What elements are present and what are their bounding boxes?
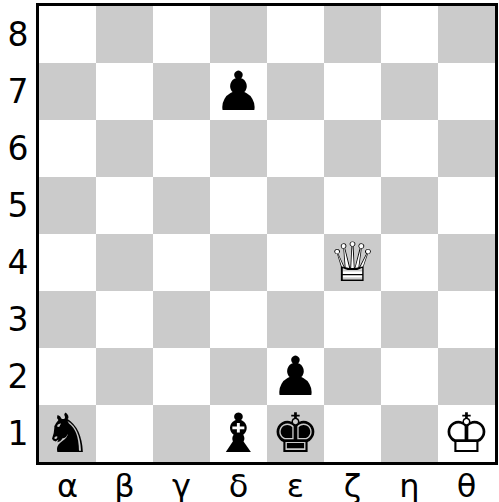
square-g7[interactable] bbox=[381, 63, 438, 120]
black-pawn: ♟ bbox=[210, 63, 267, 120]
square-c7[interactable] bbox=[153, 63, 210, 120]
rank-label-6: 6 bbox=[0, 120, 36, 177]
rank-label-3: 3 bbox=[0, 291, 36, 348]
file-label-e: ε bbox=[267, 465, 324, 502]
rank-label-4: 4 bbox=[0, 234, 36, 291]
black-pawn: ♟ bbox=[267, 348, 324, 405]
square-h4[interactable] bbox=[438, 234, 495, 291]
square-a7[interactable] bbox=[39, 63, 96, 120]
file-label-c: γ bbox=[153, 465, 210, 502]
square-h3[interactable] bbox=[438, 291, 495, 348]
square-f1[interactable] bbox=[324, 405, 381, 462]
square-h2[interactable] bbox=[438, 348, 495, 405]
file-label-b: β bbox=[96, 465, 153, 502]
square-d1[interactable]: ♝ bbox=[210, 405, 267, 462]
file-label-a: α bbox=[39, 465, 96, 502]
square-g5[interactable] bbox=[381, 177, 438, 234]
black-king: ♚ bbox=[267, 405, 324, 462]
square-a8[interactable] bbox=[39, 6, 96, 63]
rank-label-5: 5 bbox=[0, 177, 36, 234]
square-e3[interactable] bbox=[267, 291, 324, 348]
square-b6[interactable] bbox=[96, 120, 153, 177]
square-b7[interactable] bbox=[96, 63, 153, 120]
square-e6[interactable] bbox=[267, 120, 324, 177]
square-g1[interactable] bbox=[381, 405, 438, 462]
square-h1[interactable]: ♚♔ bbox=[438, 405, 495, 462]
square-c6[interactable] bbox=[153, 120, 210, 177]
square-c2[interactable] bbox=[153, 348, 210, 405]
square-e7[interactable] bbox=[267, 63, 324, 120]
square-g3[interactable] bbox=[381, 291, 438, 348]
square-b3[interactable] bbox=[96, 291, 153, 348]
square-f6[interactable] bbox=[324, 120, 381, 177]
square-b4[interactable] bbox=[96, 234, 153, 291]
rank-label-1: 1 bbox=[0, 405, 36, 462]
square-a2[interactable] bbox=[39, 348, 96, 405]
square-g4[interactable] bbox=[381, 234, 438, 291]
square-d2[interactable] bbox=[210, 348, 267, 405]
file-label-h: θ bbox=[438, 465, 495, 502]
square-h7[interactable] bbox=[438, 63, 495, 120]
square-a5[interactable] bbox=[39, 177, 96, 234]
white-queen: ♛♕ bbox=[324, 234, 381, 291]
square-h8[interactable] bbox=[438, 6, 495, 63]
square-f5[interactable] bbox=[324, 177, 381, 234]
square-a6[interactable] bbox=[39, 120, 96, 177]
square-b5[interactable] bbox=[96, 177, 153, 234]
square-e1[interactable]: ♚ bbox=[267, 405, 324, 462]
square-b2[interactable] bbox=[96, 348, 153, 405]
square-b8[interactable] bbox=[96, 6, 153, 63]
file-label-d: δ bbox=[210, 465, 267, 502]
square-f4[interactable]: ♛♕ bbox=[324, 234, 381, 291]
chess-board: ♟♛♕♟♞♝♚♚♔ bbox=[36, 3, 498, 465]
square-c5[interactable] bbox=[153, 177, 210, 234]
square-g6[interactable] bbox=[381, 120, 438, 177]
square-d6[interactable] bbox=[210, 120, 267, 177]
square-e4[interactable] bbox=[267, 234, 324, 291]
square-d3[interactable] bbox=[210, 291, 267, 348]
square-a4[interactable] bbox=[39, 234, 96, 291]
square-b1[interactable] bbox=[96, 405, 153, 462]
white-king-outline: ♔ bbox=[438, 405, 495, 462]
square-f8[interactable] bbox=[324, 6, 381, 63]
square-a3[interactable] bbox=[39, 291, 96, 348]
square-d7[interactable]: ♟ bbox=[210, 63, 267, 120]
rank-labels: 87654321 bbox=[0, 3, 36, 465]
file-labels: αβγδεζηθ bbox=[36, 465, 498, 502]
square-c4[interactable] bbox=[153, 234, 210, 291]
white-king: ♚♔ bbox=[438, 405, 495, 462]
file-label-g: η bbox=[381, 465, 438, 502]
chess-diagram: 87654321 ♟♛♕♟♞♝♚♚♔ αβγδεζηθ bbox=[0, 0, 499, 502]
black-bishop: ♝ bbox=[210, 405, 267, 462]
square-a1[interactable]: ♞ bbox=[39, 405, 96, 462]
white-queen-outline: ♕ bbox=[324, 234, 381, 291]
square-f2[interactable] bbox=[324, 348, 381, 405]
file-label-f: ζ bbox=[324, 465, 381, 502]
square-c8[interactable] bbox=[153, 6, 210, 63]
rank-label-8: 8 bbox=[0, 6, 36, 63]
square-e5[interactable] bbox=[267, 177, 324, 234]
square-h6[interactable] bbox=[438, 120, 495, 177]
square-f7[interactable] bbox=[324, 63, 381, 120]
square-c3[interactable] bbox=[153, 291, 210, 348]
square-e2[interactable]: ♟ bbox=[267, 348, 324, 405]
square-g8[interactable] bbox=[381, 6, 438, 63]
square-h5[interactable] bbox=[438, 177, 495, 234]
square-d8[interactable] bbox=[210, 6, 267, 63]
square-f3[interactable] bbox=[324, 291, 381, 348]
square-d4[interactable] bbox=[210, 234, 267, 291]
square-e8[interactable] bbox=[267, 6, 324, 63]
rank-label-7: 7 bbox=[0, 63, 36, 120]
square-c1[interactable] bbox=[153, 405, 210, 462]
square-d5[interactable] bbox=[210, 177, 267, 234]
rank-label-2: 2 bbox=[0, 348, 36, 405]
square-g2[interactable] bbox=[381, 348, 438, 405]
black-knight: ♞ bbox=[39, 405, 96, 462]
